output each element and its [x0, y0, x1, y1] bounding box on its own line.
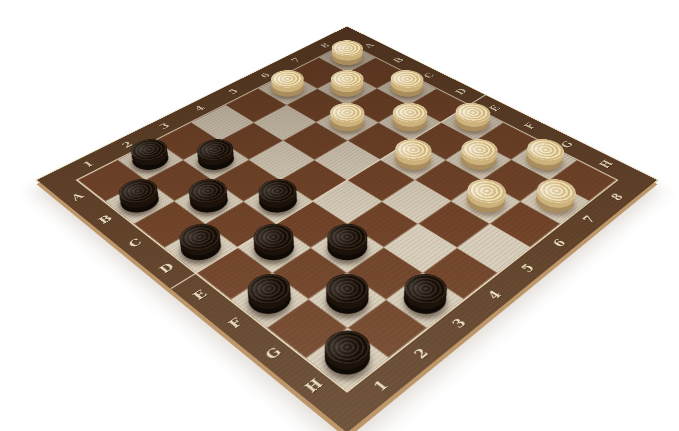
- board-scene: 12345678 12345678 ABCDEFGH ABCDEFGH: [73, 0, 621, 431]
- product-photo-stage: 12345678 12345678 ABCDEFGH ABCDEFGH: [0, 0, 679, 431]
- checkers-board: 12345678 12345678 ABCDEFGH ABCDEFGH: [37, 27, 657, 431]
